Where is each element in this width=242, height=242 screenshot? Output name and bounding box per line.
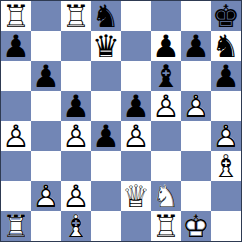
- white-pawn-piece[interactable]: ♟♙: [211, 121, 241, 151]
- square-e4[interactable]: ♟♙: [121, 121, 151, 151]
- square-b4[interactable]: [31, 121, 61, 151]
- white-bishop-outline: ♗: [61, 211, 91, 241]
- white-king-piece[interactable]: ♚♔: [181, 211, 211, 241]
- square-c7[interactable]: [61, 31, 91, 61]
- white-pawn-glyph: ♟: [181, 91, 211, 121]
- black-pawn-piece[interactable]: ♟: [151, 31, 181, 61]
- white-pawn-glyph: ♟: [121, 121, 151, 151]
- white-rook-piece[interactable]: ♜♖: [151, 211, 181, 241]
- square-h4[interactable]: ♟♙: [211, 121, 241, 151]
- square-c6[interactable]: [61, 61, 91, 91]
- square-d5[interactable]: [91, 91, 121, 121]
- white-knight-piece[interactable]: ♞♘: [151, 181, 181, 211]
- black-bishop-glyph: ♝: [151, 61, 181, 91]
- white-king-outline: ♔: [181, 211, 211, 241]
- black-pawn-piece[interactable]: ♟: [31, 61, 61, 91]
- square-b7[interactable]: [31, 31, 61, 61]
- white-pawn-glyph: ♟: [31, 181, 61, 211]
- black-pawn-glyph: ♟: [31, 61, 61, 91]
- square-d2[interactable]: [91, 181, 121, 211]
- square-f8[interactable]: [151, 1, 181, 31]
- square-c3[interactable]: [61, 151, 91, 181]
- white-rook-outline: ♖: [61, 1, 91, 31]
- square-c2[interactable]: ♟♙: [61, 181, 91, 211]
- square-f7[interactable]: ♟: [151, 31, 181, 61]
- white-pawn-outline: ♙: [31, 181, 61, 211]
- white-bishop-piece[interactable]: ♝♗: [211, 151, 241, 181]
- white-rook-piece[interactable]: ♜♖: [61, 1, 91, 31]
- black-pawn-glyph: ♟: [1, 31, 31, 61]
- white-queen-piece[interactable]: ♛♕: [121, 181, 151, 211]
- square-h5[interactable]: [211, 91, 241, 121]
- square-d6[interactable]: [91, 61, 121, 91]
- square-f5[interactable]: ♟♙: [151, 91, 181, 121]
- square-b6[interactable]: ♟: [31, 61, 61, 91]
- white-pawn-glyph: ♟: [61, 121, 91, 151]
- square-e2[interactable]: ♛♕: [121, 181, 151, 211]
- square-h1[interactable]: [211, 211, 241, 241]
- white-pawn-glyph: ♟: [61, 181, 91, 211]
- white-pawn-piece[interactable]: ♟♙: [151, 91, 181, 121]
- square-f6[interactable]: ♝: [151, 61, 181, 91]
- black-pawn-glyph: ♟: [181, 31, 211, 61]
- square-e3[interactable]: [121, 151, 151, 181]
- square-c5[interactable]: ♟: [61, 91, 91, 121]
- white-rook-outline: ♖: [1, 1, 31, 31]
- square-g7[interactable]: ♟: [181, 31, 211, 61]
- square-g1[interactable]: ♚♔: [181, 211, 211, 241]
- white-rook-glyph: ♜: [1, 1, 31, 31]
- black-queen-glyph: ♛: [91, 31, 121, 61]
- black-queen-piece[interactable]: ♛: [91, 31, 121, 61]
- white-pawn-piece[interactable]: ♟♙: [181, 91, 211, 121]
- square-g6[interactable]: [181, 61, 211, 91]
- black-pawn-glyph: ♟: [61, 91, 91, 121]
- white-pawn-glyph: ♟: [151, 91, 181, 121]
- white-rook-piece[interactable]: ♜♖: [1, 1, 31, 31]
- square-c1[interactable]: ♝♗: [61, 211, 91, 241]
- white-pawn-outline: ♙: [121, 121, 151, 151]
- square-f1[interactable]: ♜♖: [151, 211, 181, 241]
- white-pawn-piece[interactable]: ♟♙: [121, 121, 151, 151]
- square-e6[interactable]: [121, 61, 151, 91]
- square-d8[interactable]: ♞: [91, 1, 121, 31]
- black-knight-glyph: ♞: [211, 31, 241, 61]
- square-g4[interactable]: [181, 121, 211, 151]
- square-e1[interactable]: [121, 211, 151, 241]
- square-e8[interactable]: [121, 1, 151, 31]
- square-a3[interactable]: [1, 151, 31, 181]
- white-bishop-glyph: ♝: [61, 211, 91, 241]
- black-knight-piece[interactable]: ♞: [211, 31, 241, 61]
- black-pawn-piece[interactable]: ♟: [211, 61, 241, 91]
- white-bishop-outline: ♗: [211, 151, 241, 181]
- white-knight-outline: ♘: [151, 181, 181, 211]
- white-pawn-outline: ♙: [211, 121, 241, 151]
- white-pawn-glyph: ♟: [211, 121, 241, 151]
- white-rook-glyph: ♜: [61, 1, 91, 31]
- square-h8[interactable]: ♚: [211, 1, 241, 31]
- square-h3[interactable]: ♝♗: [211, 151, 241, 181]
- square-a2[interactable]: [1, 181, 31, 211]
- black-pawn-piece[interactable]: ♟: [61, 91, 91, 121]
- white-pawn-piece[interactable]: ♟♙: [61, 121, 91, 151]
- square-b3[interactable]: [31, 151, 61, 181]
- square-g5[interactable]: ♟♙: [181, 91, 211, 121]
- black-pawn-glyph: ♟: [151, 31, 181, 61]
- white-knight-glyph: ♞: [151, 181, 181, 211]
- square-f3[interactable]: [151, 151, 181, 181]
- square-d1[interactable]: [91, 211, 121, 241]
- square-b2[interactable]: ♟♙: [31, 181, 61, 211]
- white-rook-glyph: ♜: [151, 211, 181, 241]
- black-bishop-piece[interactable]: ♝: [151, 61, 181, 91]
- square-e7[interactable]: [121, 31, 151, 61]
- square-c8[interactable]: ♜♖: [61, 1, 91, 31]
- white-pawn-outline: ♙: [61, 121, 91, 151]
- square-a5[interactable]: [1, 91, 31, 121]
- square-d3[interactable]: [91, 151, 121, 181]
- black-king-glyph: ♚: [211, 1, 241, 31]
- white-bishop-piece[interactable]: ♝♗: [61, 211, 91, 241]
- white-pawn-piece[interactable]: ♟♙: [61, 181, 91, 211]
- white-rook-piece[interactable]: ♜♖: [1, 211, 31, 241]
- square-d4[interactable]: ♟: [91, 121, 121, 151]
- black-king-piece[interactable]: ♚: [211, 1, 241, 31]
- square-g3[interactable]: [181, 151, 211, 181]
- square-b8[interactable]: [31, 1, 61, 31]
- white-pawn-glyph: ♟: [1, 121, 31, 151]
- white-bishop-glyph: ♝: [211, 151, 241, 181]
- black-knight-glyph: ♞: [91, 1, 121, 31]
- square-e5[interactable]: ♟: [121, 91, 151, 121]
- square-b5[interactable]: [31, 91, 61, 121]
- square-c4[interactable]: ♟♙: [61, 121, 91, 151]
- black-pawn-piece[interactable]: ♟: [91, 121, 121, 151]
- black-knight-piece[interactable]: ♞: [91, 1, 121, 31]
- square-g2[interactable]: [181, 181, 211, 211]
- black-pawn-piece[interactable]: ♟: [181, 31, 211, 61]
- black-pawn-glyph: ♟: [121, 91, 151, 121]
- white-queen-glyph: ♛: [121, 181, 151, 211]
- square-a1[interactable]: ♜♖: [1, 211, 31, 241]
- white-rook-glyph: ♜: [1, 211, 31, 241]
- square-h7[interactable]: ♞: [211, 31, 241, 61]
- black-pawn-glyph: ♟: [91, 121, 121, 151]
- white-king-glyph: ♚: [181, 211, 211, 241]
- white-pawn-outline: ♙: [151, 91, 181, 121]
- square-h6[interactable]: ♟: [211, 61, 241, 91]
- square-a6[interactable]: [1, 61, 31, 91]
- square-h2[interactable]: [211, 181, 241, 211]
- white-pawn-outline: ♙: [181, 91, 211, 121]
- black-pawn-piece[interactable]: ♟: [1, 31, 31, 61]
- square-b1[interactable]: [31, 211, 61, 241]
- white-rook-outline: ♖: [1, 211, 31, 241]
- square-a8[interactable]: ♜♖: [1, 1, 31, 31]
- white-pawn-outline: ♙: [1, 121, 31, 151]
- black-pawn-piece[interactable]: ♟: [121, 91, 151, 121]
- square-f2[interactable]: ♞♘: [151, 181, 181, 211]
- white-queen-outline: ♕: [121, 181, 151, 211]
- square-d7[interactable]: ♛: [91, 31, 121, 61]
- square-f4[interactable]: [151, 121, 181, 151]
- chess-board-frame: ♜♖♜♖♞♚♟♛♟♟♞♟♝♟♟♟♟♙♟♙♟♙♟♙♟♟♙♟♙♝♗♟♙♟♙♛♕♞♘♜…: [0, 0, 242, 242]
- square-a7[interactable]: ♟: [1, 31, 31, 61]
- white-pawn-piece[interactable]: ♟♙: [31, 181, 61, 211]
- white-rook-outline: ♖: [151, 211, 181, 241]
- chess-board: ♜♖♜♖♞♚♟♛♟♟♞♟♝♟♟♟♟♙♟♙♟♙♟♙♟♟♙♟♙♝♗♟♙♟♙♛♕♞♘♜…: [1, 1, 241, 241]
- white-pawn-outline: ♙: [61, 181, 91, 211]
- white-pawn-piece[interactable]: ♟♙: [1, 121, 31, 151]
- black-pawn-glyph: ♟: [211, 61, 241, 91]
- square-a4[interactable]: ♟♙: [1, 121, 31, 151]
- square-g8[interactable]: [181, 1, 211, 31]
